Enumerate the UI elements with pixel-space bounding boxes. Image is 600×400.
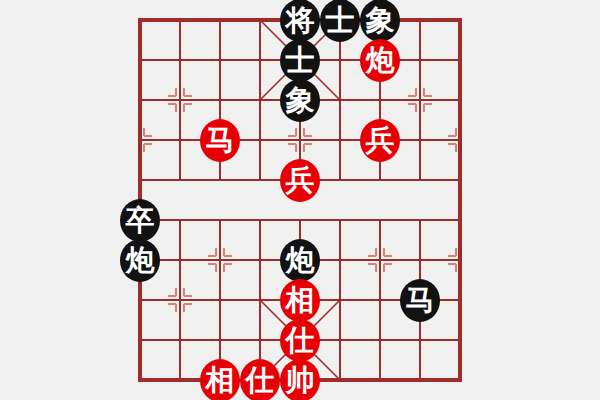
board-intersection-c6r7[interactable] — [360, 280, 400, 320]
piece-black-advisor[interactable]: 士 — [280, 39, 320, 82]
piece-red-general[interactable]: 帅 — [280, 359, 320, 400]
board-intersection-c7r6[interactable] — [400, 240, 440, 280]
board-intersection-c1r9[interactable] — [160, 360, 200, 400]
board-intersection-c7r7[interactable]: 马 — [400, 280, 440, 320]
board-intersection-c8r0[interactable] — [440, 0, 480, 40]
board-intersection-c2r3[interactable]: 马 — [200, 120, 240, 160]
piece-red-elephant[interactable]: 相 — [200, 359, 240, 400]
piece-red-elephant[interactable]: 相 — [280, 279, 320, 322]
board-intersection-c2r1[interactable] — [200, 40, 240, 80]
board-intersection-c4r7[interactable]: 相 — [280, 280, 320, 320]
piece-black-elephant[interactable]: 象 — [280, 79, 320, 122]
board-intersection-c3r4[interactable] — [240, 160, 280, 200]
board-intersection-c4r2[interactable]: 象 — [280, 80, 320, 120]
board-intersection-c1r0[interactable] — [160, 0, 200, 40]
board-intersection-c1r8[interactable] — [160, 320, 200, 360]
piece-black-horse[interactable]: 马 — [400, 279, 440, 322]
board-intersection-c3r6[interactable] — [240, 240, 280, 280]
board-intersection-c6r9[interactable] — [360, 360, 400, 400]
piece-red-soldier[interactable]: 兵 — [360, 119, 400, 162]
board-intersection-c7r1[interactable] — [400, 40, 440, 80]
piece-black-cannon[interactable]: 炮 — [280, 239, 320, 282]
board-intersection-c5r6[interactable] — [320, 240, 360, 280]
board-intersection-c0r3[interactable] — [120, 120, 160, 160]
board-intersection-c5r8[interactable] — [320, 320, 360, 360]
board-intersection-c1r4[interactable] — [160, 160, 200, 200]
board-intersection-c0r9[interactable] — [120, 360, 160, 400]
board-intersection-c8r2[interactable] — [440, 80, 480, 120]
board-intersection-c7r2[interactable] — [400, 80, 440, 120]
board-intersection-c5r3[interactable] — [320, 120, 360, 160]
piece-black-general[interactable]: 将 — [280, 0, 320, 42]
board-intersection-c4r9[interactable]: 帅 — [280, 360, 320, 400]
board-intersection-c1r2[interactable] — [160, 80, 200, 120]
board-intersection-c3r8[interactable] — [240, 320, 280, 360]
board-intersection-c3r2[interactable] — [240, 80, 280, 120]
board-intersection-c8r1[interactable] — [440, 40, 480, 80]
piece-black-soldier[interactable]: 卒 — [120, 199, 160, 242]
board-intersection-c7r3[interactable] — [400, 120, 440, 160]
board-intersection-c6r6[interactable] — [360, 240, 400, 280]
board-intersection-c1r7[interactable] — [160, 280, 200, 320]
board-intersection-c0r4[interactable] — [120, 160, 160, 200]
board-intersection-c4r3[interactable] — [280, 120, 320, 160]
board-intersection-c6r4[interactable] — [360, 160, 400, 200]
board-intersection-c6r8[interactable] — [360, 320, 400, 360]
board-intersection-c5r2[interactable] — [320, 80, 360, 120]
xiangqi-board-screenshot: 将士象士炮象马兵兵卒炮炮相马仕相仕帅 — [0, 0, 600, 400]
piece-red-cannon[interactable]: 炮 — [360, 39, 400, 82]
board-intersection-c5r4[interactable] — [320, 160, 360, 200]
board-intersection-c8r8[interactable] — [440, 320, 480, 360]
board-intersection-c0r0[interactable] — [120, 0, 160, 40]
board-intersection-c2r6[interactable] — [200, 240, 240, 280]
piece-red-horse[interactable]: 马 — [200, 119, 240, 162]
board-intersection-c4r0[interactable]: 将 — [280, 0, 320, 40]
board-intersection-c5r5[interactable] — [320, 200, 360, 240]
board-intersection-c2r9[interactable]: 相 — [200, 360, 240, 400]
board-intersection-c6r3[interactable]: 兵 — [360, 120, 400, 160]
board-intersection-c0r6[interactable]: 炮 — [120, 240, 160, 280]
board-intersection-c3r5[interactable] — [240, 200, 280, 240]
board-intersection-c2r2[interactable] — [200, 80, 240, 120]
board-intersection-c6r5[interactable] — [360, 200, 400, 240]
board-intersection-c8r9[interactable] — [440, 360, 480, 400]
board-intersection-c0r5[interactable]: 卒 — [120, 200, 160, 240]
board-intersection-c2r7[interactable] — [200, 280, 240, 320]
board-intersection-c5r0[interactable]: 士 — [320, 0, 360, 40]
board-intersection-c5r1[interactable] — [320, 40, 360, 80]
board-intersection-c3r0[interactable] — [240, 0, 280, 40]
board-intersection-c2r4[interactable] — [200, 160, 240, 200]
board-intersection-c7r4[interactable] — [400, 160, 440, 200]
board-intersection-c6r0[interactable]: 象 — [360, 0, 400, 40]
board-intersection-c1r1[interactable] — [160, 40, 200, 80]
board-intersection-c7r0[interactable] — [400, 0, 440, 40]
board-intersection-c3r9[interactable]: 仕 — [240, 360, 280, 400]
board-intersection-c8r3[interactable] — [440, 120, 480, 160]
board-intersection-c7r8[interactable] — [400, 320, 440, 360]
piece-red-advisor[interactable]: 仕 — [240, 359, 280, 400]
piece-black-advisor[interactable]: 士 — [320, 0, 360, 42]
board-intersection-c8r4[interactable] — [440, 160, 480, 200]
board-intersection-c0r1[interactable] — [120, 40, 160, 80]
board-intersection-c5r9[interactable] — [320, 360, 360, 400]
board-intersection-c8r7[interactable] — [440, 280, 480, 320]
piece-red-soldier[interactable]: 兵 — [280, 159, 320, 202]
board-intersection-c1r6[interactable] — [160, 240, 200, 280]
piece-black-elephant[interactable]: 象 — [360, 0, 400, 42]
board-intersection-c6r2[interactable] — [360, 80, 400, 120]
board-intersection-c0r7[interactable] — [120, 280, 160, 320]
board-intersection-c3r3[interactable] — [240, 120, 280, 160]
board-intersection-c1r3[interactable] — [160, 120, 200, 160]
board-intersection-c4r6[interactable]: 炮 — [280, 240, 320, 280]
board-intersection-c5r7[interactable] — [320, 280, 360, 320]
board-intersection-c3r1[interactable] — [240, 40, 280, 80]
board-intersection-c8r5[interactable] — [440, 200, 480, 240]
board-intersection-c1r5[interactable] — [160, 200, 200, 240]
piece-red-advisor[interactable]: 仕 — [280, 319, 320, 362]
board-intersection-c8r6[interactable] — [440, 240, 480, 280]
board-intersection-c2r5[interactable] — [200, 200, 240, 240]
board-intersection-c2r0[interactable] — [200, 0, 240, 40]
board-intersection-c6r1[interactable]: 炮 — [360, 40, 400, 80]
board-intersection-c3r7[interactable] — [240, 280, 280, 320]
piece-black-cannon[interactable]: 炮 — [120, 239, 160, 282]
board-intersection-c7r5[interactable] — [400, 200, 440, 240]
board-intersection-c0r2[interactable] — [120, 80, 160, 120]
board-intersection-c2r8[interactable] — [200, 320, 240, 360]
board-intersection-c4r1[interactable]: 士 — [280, 40, 320, 80]
board-intersection-c0r8[interactable] — [120, 320, 160, 360]
board-intersection-c4r4[interactable]: 兵 — [280, 160, 320, 200]
board-intersection-c4r8[interactable]: 仕 — [280, 320, 320, 360]
board-grid: 将士象士炮象马兵兵卒炮炮相马仕相仕帅 — [120, 0, 480, 400]
board-intersection-c4r5[interactable] — [280, 200, 320, 240]
board-intersection-c7r9[interactable] — [400, 360, 440, 400]
